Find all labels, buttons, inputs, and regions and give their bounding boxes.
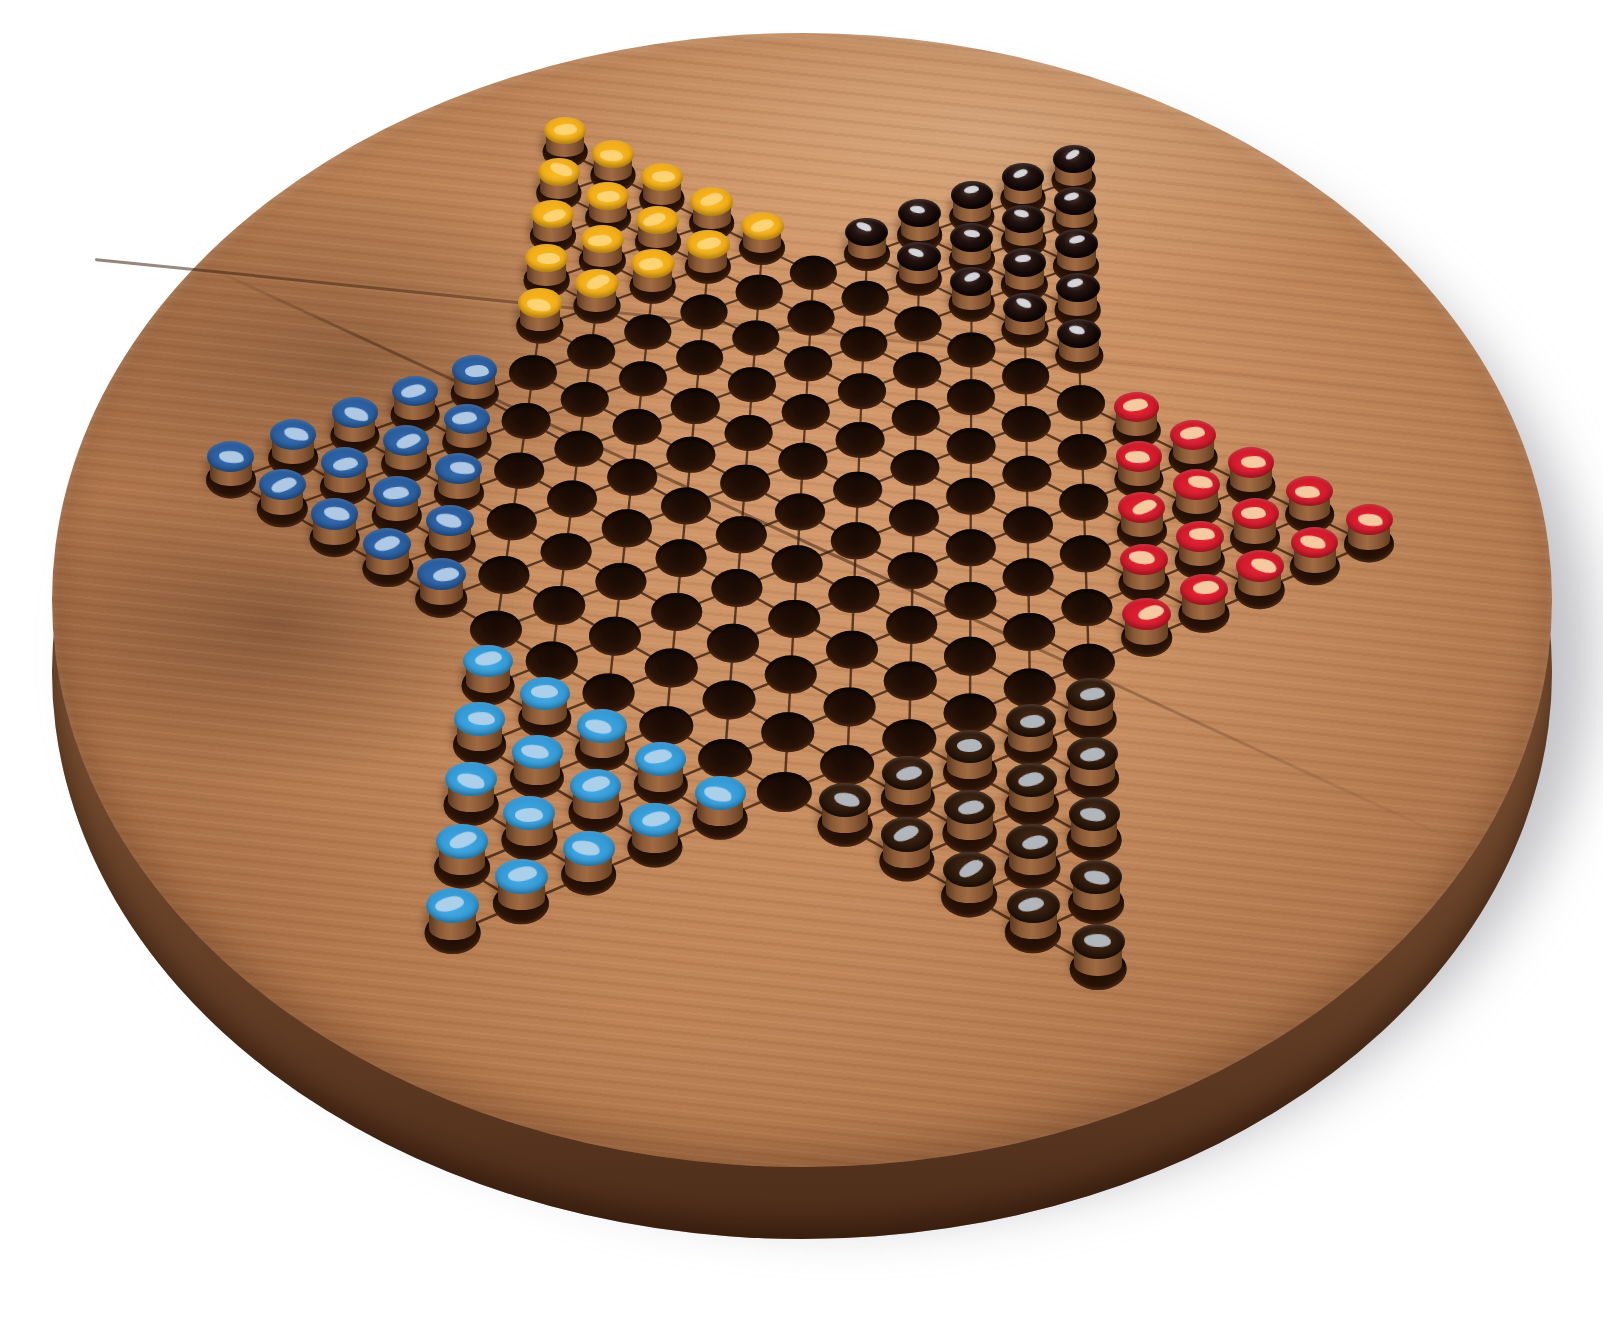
peg-light_blue[interactable] <box>454 702 505 751</box>
peg-black[interactable] <box>1055 229 1098 271</box>
peg-sheen <box>1017 896 1045 914</box>
peg-top-black <box>1055 229 1098 258</box>
peg-dark_brown[interactable] <box>1007 888 1060 939</box>
peg-sheen <box>963 229 979 238</box>
peg-top-light_blue <box>445 762 497 796</box>
peg-sheen <box>323 504 351 522</box>
peg-top-dark_brown <box>1007 888 1060 923</box>
peg-top-dark_blue <box>270 419 317 450</box>
peg-top-light_blue <box>436 824 488 859</box>
peg-top-dark_brown <box>944 790 996 824</box>
peg-sheen <box>570 838 601 858</box>
peg-top-yellow <box>690 187 733 215</box>
peg-sheen <box>400 383 427 400</box>
peg-sheen <box>584 272 610 291</box>
peg-sheen <box>1015 254 1031 263</box>
peg-sheen <box>909 205 925 215</box>
peg-dark_blue[interactable] <box>363 528 411 575</box>
peg-sheen <box>452 411 478 425</box>
peg-dark_blue[interactable] <box>383 425 430 470</box>
peg-top-yellow <box>538 158 581 186</box>
peg-sheen <box>1249 556 1277 576</box>
peg-dark_blue[interactable] <box>207 441 254 487</box>
peg-sheen <box>1064 148 1081 162</box>
peg-sheen <box>432 566 460 582</box>
peg-sheen <box>599 149 623 162</box>
peg-top-black <box>1057 319 1102 348</box>
peg-sheen <box>1137 603 1166 622</box>
peg-yellow[interactable] <box>525 244 569 287</box>
peg-top-red <box>1236 550 1284 582</box>
peg-top-red <box>1116 441 1162 472</box>
peg-light_blue[interactable] <box>520 677 570 726</box>
peg-sheen <box>908 247 925 259</box>
pegs-layer <box>0 0 1603 1339</box>
peg-sheen <box>1083 868 1111 887</box>
peg-sheen <box>1079 806 1106 823</box>
peg-light_blue[interactable] <box>635 742 686 791</box>
peg-top-light_blue <box>495 859 548 894</box>
peg-dark_blue[interactable] <box>373 476 420 522</box>
peg-dark_blue[interactable] <box>321 447 368 493</box>
peg-dark_brown[interactable] <box>945 730 996 779</box>
peg-dark_brown[interactable] <box>1066 678 1116 726</box>
peg-top-black <box>951 181 994 209</box>
peg-yellow[interactable] <box>741 212 784 254</box>
peg-top-dark_blue <box>311 498 359 530</box>
peg-light_blue[interactable] <box>503 796 555 846</box>
peg-black[interactable] <box>897 242 941 284</box>
peg-sheen <box>1179 426 1205 441</box>
peg-yellow[interactable] <box>538 158 581 199</box>
peg-sheen <box>957 799 985 816</box>
peg-sheen <box>1299 533 1327 551</box>
peg-sheen <box>703 784 733 804</box>
peg-dark_brown[interactable] <box>882 756 933 805</box>
peg-sheen <box>455 770 485 791</box>
peg-top-light_blue <box>563 831 615 866</box>
peg-top-dark_brown <box>881 817 933 851</box>
peg-red[interactable] <box>1286 476 1333 521</box>
peg-sheen <box>1123 398 1149 413</box>
peg-dark_brown[interactable] <box>1070 860 1122 911</box>
peg-sheen <box>833 790 861 809</box>
peg-sheen <box>1241 507 1267 520</box>
peg-dark_brown[interactable] <box>1006 704 1056 753</box>
peg-sheen <box>642 211 668 229</box>
peg-black[interactable] <box>1053 145 1095 186</box>
peg-sheen <box>584 717 614 737</box>
peg-top-light_blue <box>635 742 686 776</box>
peg-top-dark_brown <box>1072 924 1125 959</box>
peg-dark_brown[interactable] <box>1006 824 1058 874</box>
peg-red[interactable] <box>1116 441 1162 486</box>
peg-top-red <box>1118 492 1165 523</box>
peg-black[interactable] <box>950 223 993 265</box>
peg-sheen <box>465 365 490 377</box>
peg-top-yellow <box>686 230 730 259</box>
peg-sheen <box>531 685 558 699</box>
peg-light_blue[interactable] <box>570 769 622 819</box>
peg-top-yellow <box>636 206 679 235</box>
peg-sheen <box>1241 455 1267 468</box>
peg-sheen <box>1019 714 1045 728</box>
peg-sheen <box>956 856 985 880</box>
peg-sheen <box>373 534 401 553</box>
peg-red[interactable] <box>1120 544 1168 590</box>
peg-sheen <box>526 297 552 313</box>
peg-yellow[interactable] <box>636 206 679 248</box>
peg-top-dark_blue <box>363 528 411 560</box>
peg-yellow[interactable] <box>581 225 625 267</box>
peg-sheen <box>652 170 675 182</box>
peg-sheen <box>581 774 611 793</box>
peg-sheen <box>342 404 370 424</box>
peg-sheen <box>1017 770 1045 788</box>
peg-light_blue[interactable] <box>495 859 548 910</box>
peg-sheen <box>643 748 672 766</box>
peg-sheen <box>1067 277 1084 288</box>
peg-yellow[interactable] <box>690 187 733 229</box>
peg-light_blue[interactable] <box>629 803 681 853</box>
peg-top-dark_brown <box>1006 763 1057 797</box>
peg-top-dark_blue <box>321 447 368 478</box>
peg-dark_brown[interactable] <box>1069 797 1121 847</box>
peg-black[interactable] <box>1002 163 1044 204</box>
peg-top-red <box>1170 420 1216 450</box>
peg-dark_brown[interactable] <box>1006 763 1057 812</box>
peg-sheen <box>549 161 574 179</box>
peg-sheen <box>1080 686 1106 701</box>
peg-sheen <box>1083 933 1111 948</box>
peg-red[interactable] <box>1291 527 1338 573</box>
peg-dark_blue[interactable] <box>417 558 466 605</box>
peg-top-dark_brown <box>882 756 933 790</box>
peg-top-red <box>1176 521 1223 552</box>
peg-red[interactable] <box>1170 420 1216 464</box>
peg-sheen <box>892 823 921 844</box>
peg-sheen <box>639 258 663 271</box>
peg-top-dark_blue <box>207 441 254 472</box>
peg-sheen <box>270 475 298 495</box>
peg-top-red <box>1232 498 1279 529</box>
peg-yellow[interactable] <box>575 269 619 312</box>
peg-top-black <box>897 242 941 271</box>
peg-top-dark_blue <box>417 558 466 590</box>
peg-sheen <box>855 220 872 233</box>
peg-sheen <box>520 743 549 761</box>
peg-top-red <box>1286 476 1333 507</box>
peg-dark_blue[interactable] <box>452 355 498 399</box>
peg-dark_blue[interactable] <box>259 469 306 515</box>
peg-red[interactable] <box>1122 598 1171 645</box>
peg-red[interactable] <box>1114 392 1160 436</box>
peg-sheen <box>537 253 561 265</box>
peg-top-dark_brown <box>1067 737 1118 770</box>
peg-dark_blue[interactable] <box>270 419 317 464</box>
peg-black[interactable] <box>951 181 994 222</box>
peg-top-yellow <box>741 212 784 241</box>
peg-sheen <box>957 739 982 752</box>
peg-top-light_blue <box>695 776 747 810</box>
peg-sheen <box>1079 746 1106 762</box>
peg-sheen <box>395 431 423 451</box>
peg-black[interactable] <box>845 218 888 260</box>
peg-sheen <box>449 461 476 477</box>
peg-top-red <box>1180 574 1228 606</box>
peg-red[interactable] <box>1228 447 1274 492</box>
peg-top-dark_brown <box>1066 678 1116 711</box>
peg-sheen <box>699 190 724 208</box>
peg-sheen <box>1295 485 1321 499</box>
peg-top-dark_blue <box>332 397 378 428</box>
peg-yellow[interactable] <box>544 117 586 158</box>
peg-sheen <box>474 650 503 668</box>
peg-top-yellow <box>586 182 629 210</box>
peg-top-red <box>1346 504 1393 535</box>
peg-top-dark_brown <box>819 783 871 817</box>
peg-sheen <box>641 810 671 828</box>
peg-dark_brown[interactable] <box>1072 924 1125 976</box>
peg-sheen <box>963 185 979 195</box>
peg-sheen <box>333 456 360 472</box>
peg-sheen <box>542 207 567 224</box>
peg-red[interactable] <box>1232 498 1279 544</box>
peg-dark_brown[interactable] <box>881 817 933 867</box>
peg-light_blue[interactable] <box>463 645 513 693</box>
peg-top-red <box>1120 544 1168 576</box>
peg-top-red <box>1122 598 1171 630</box>
peg-sheen <box>895 765 922 782</box>
peg-top-light_blue <box>512 735 563 769</box>
peg-top-dark_blue <box>383 425 430 456</box>
peg-top-dark_blue <box>373 476 420 507</box>
peg-light_blue[interactable] <box>445 762 497 812</box>
peg-top-dark_brown <box>1070 860 1122 895</box>
peg-yellow[interactable] <box>631 249 675 292</box>
peg-top-dark_brown <box>945 730 996 763</box>
peg-top-yellow <box>592 140 634 168</box>
peg-red[interactable] <box>1180 574 1228 621</box>
peg-light_blue[interactable] <box>436 824 488 875</box>
peg-top-light_blue <box>454 702 505 735</box>
peg-top-dark_blue <box>444 404 490 435</box>
peg-yellow[interactable] <box>531 200 574 242</box>
peg-top-black <box>1056 273 1100 302</box>
peg-top-black <box>1002 163 1044 191</box>
peg-red[interactable] <box>1173 469 1220 514</box>
peg-light_blue[interactable] <box>426 888 479 940</box>
peg-sheen <box>588 234 612 247</box>
peg-sheen <box>1068 324 1085 336</box>
peg-sheen <box>749 217 774 234</box>
peg-sheen <box>554 123 577 136</box>
peg-yellow[interactable] <box>518 288 563 331</box>
peg-red[interactable] <box>1118 492 1165 538</box>
peg-sheen <box>597 191 620 203</box>
peg-dark_blue[interactable] <box>311 498 359 544</box>
peg-dark_blue[interactable] <box>426 505 474 551</box>
peg-top-yellow <box>575 269 619 298</box>
peg-top-dark_brown <box>1069 797 1121 831</box>
peg-top-black <box>1003 293 1047 322</box>
peg-sheen <box>507 865 537 883</box>
peg-black[interactable] <box>1056 273 1100 316</box>
peg-sheen <box>1131 497 1159 517</box>
peg-sheen <box>963 271 980 283</box>
peg-top-black <box>1002 205 1045 233</box>
peg-sheen <box>283 425 310 443</box>
peg-black[interactable] <box>1003 248 1047 290</box>
peg-yellow[interactable] <box>686 230 730 272</box>
peg-light_blue[interactable] <box>695 776 747 826</box>
peg-light_blue[interactable] <box>512 735 563 784</box>
peg-sheen <box>218 449 245 465</box>
peg-top-black <box>1054 187 1097 215</box>
peg-top-light_blue <box>570 769 622 803</box>
peg-sheen <box>1014 208 1031 218</box>
product-photo-chinese-checkers: { "game": "chinese-checkers", "board": {… <box>0 0 1603 1339</box>
peg-yellow[interactable] <box>586 182 629 224</box>
peg-sheen <box>1128 549 1155 565</box>
peg-yellow[interactable] <box>641 163 684 204</box>
peg-red[interactable] <box>1346 504 1393 550</box>
peg-top-black <box>950 223 993 252</box>
peg-top-light_blue <box>577 709 628 742</box>
peg-top-red <box>1173 469 1220 500</box>
peg-red[interactable] <box>1236 550 1284 596</box>
peg-top-black <box>845 218 888 247</box>
peg-sheen <box>697 236 722 251</box>
peg-black[interactable] <box>898 199 941 241</box>
peg-sheen <box>383 486 409 500</box>
peg-top-yellow <box>581 225 625 254</box>
peg-sheen <box>435 511 463 530</box>
peg-top-yellow <box>544 117 586 145</box>
peg-sheen <box>1012 167 1029 179</box>
peg-top-light_blue <box>463 645 513 678</box>
peg-dark_brown[interactable] <box>819 783 871 833</box>
peg-dark_blue[interactable] <box>332 397 378 442</box>
peg-sheen <box>1357 512 1384 528</box>
peg-top-black <box>1003 248 1047 277</box>
peg-light_blue[interactable] <box>563 831 615 882</box>
peg-sheen <box>1125 449 1151 463</box>
peg-top-red <box>1228 447 1274 478</box>
peg-black[interactable] <box>1054 187 1097 228</box>
peg-dark_brown[interactable] <box>943 852 995 903</box>
peg-black[interactable] <box>1003 293 1047 336</box>
peg-dark_blue[interactable] <box>435 453 482 499</box>
peg-sheen <box>1187 474 1214 490</box>
peg-top-dark_brown <box>1006 704 1056 737</box>
peg-top-dark_brown <box>943 852 995 887</box>
peg-sheen <box>1193 580 1220 594</box>
peg-red[interactable] <box>1176 521 1223 567</box>
peg-dark_brown[interactable] <box>1067 737 1118 786</box>
peg-sheen <box>1189 527 1215 541</box>
peg-top-dark_brown <box>1006 824 1058 858</box>
peg-dark_blue[interactable] <box>392 376 438 420</box>
peg-sheen <box>467 710 495 726</box>
peg-top-yellow <box>518 288 563 317</box>
peg-sheen <box>447 828 478 850</box>
peg-black[interactable] <box>1057 319 1102 362</box>
peg-sheen <box>1068 234 1085 245</box>
peg-top-yellow <box>631 249 675 278</box>
peg-sheen <box>1064 191 1081 202</box>
peg-light_blue[interactable] <box>577 709 628 758</box>
peg-sheen <box>1015 296 1033 310</box>
peg-sheen <box>433 894 464 914</box>
peg-yellow[interactable] <box>592 140 634 181</box>
peg-black[interactable] <box>950 267 994 310</box>
peg-sheen <box>515 808 543 822</box>
peg-top-black <box>1053 145 1095 173</box>
peg-dark_brown[interactable] <box>944 790 996 840</box>
peg-dark_blue[interactable] <box>444 404 490 449</box>
peg-sheen <box>1021 833 1049 851</box>
peg-black[interactable] <box>1002 205 1045 247</box>
peg-top-light_blue <box>520 677 570 710</box>
